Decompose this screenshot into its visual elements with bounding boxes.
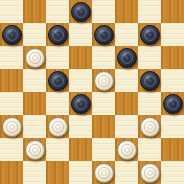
checkers-board bbox=[0, 0, 184, 184]
white-man-g1[interactable] bbox=[140, 163, 160, 183]
black-man-c5[interactable] bbox=[48, 71, 68, 91]
black-man-g7[interactable] bbox=[140, 25, 160, 45]
square-f6[interactable] bbox=[115, 46, 138, 69]
square-c1[interactable] bbox=[46, 161, 69, 184]
square-e8 bbox=[92, 0, 115, 23]
black-man-f6[interactable] bbox=[117, 48, 137, 68]
square-b1 bbox=[23, 161, 46, 184]
square-h4[interactable] bbox=[161, 92, 184, 115]
white-man-c3[interactable] bbox=[48, 117, 68, 137]
square-a5[interactable] bbox=[0, 69, 23, 92]
square-e4 bbox=[92, 92, 115, 115]
square-e6 bbox=[92, 46, 115, 69]
square-c8 bbox=[46, 0, 69, 23]
square-a6 bbox=[0, 46, 23, 69]
square-h7 bbox=[161, 23, 184, 46]
square-c6 bbox=[46, 46, 69, 69]
square-g7[interactable] bbox=[138, 23, 161, 46]
square-d2[interactable] bbox=[69, 138, 92, 161]
square-d7 bbox=[69, 23, 92, 46]
square-d4[interactable] bbox=[69, 92, 92, 115]
square-c4 bbox=[46, 92, 69, 115]
white-man-b6[interactable] bbox=[25, 48, 45, 68]
square-b6[interactable] bbox=[23, 46, 46, 69]
square-f5 bbox=[115, 69, 138, 92]
white-man-g3[interactable] bbox=[140, 117, 160, 137]
square-d8[interactable] bbox=[69, 0, 92, 23]
square-c7[interactable] bbox=[46, 23, 69, 46]
square-a8 bbox=[0, 0, 23, 23]
square-g4 bbox=[138, 92, 161, 115]
square-h5 bbox=[161, 69, 184, 92]
square-d1 bbox=[69, 161, 92, 184]
black-man-g5[interactable] bbox=[140, 71, 160, 91]
square-g5[interactable] bbox=[138, 69, 161, 92]
square-h6[interactable] bbox=[161, 46, 184, 69]
square-f3 bbox=[115, 115, 138, 138]
square-f8[interactable] bbox=[115, 0, 138, 23]
square-h2[interactable] bbox=[161, 138, 184, 161]
square-a1[interactable] bbox=[0, 161, 23, 184]
square-g6 bbox=[138, 46, 161, 69]
white-man-a3[interactable] bbox=[2, 117, 22, 137]
square-b3 bbox=[23, 115, 46, 138]
square-d5 bbox=[69, 69, 92, 92]
square-e3[interactable] bbox=[92, 115, 115, 138]
square-c3[interactable] bbox=[46, 115, 69, 138]
square-f7 bbox=[115, 23, 138, 46]
white-man-f2[interactable] bbox=[117, 140, 137, 160]
square-e5[interactable] bbox=[92, 69, 115, 92]
black-man-a7[interactable] bbox=[2, 25, 22, 45]
black-man-d8[interactable] bbox=[71, 2, 91, 22]
square-a7[interactable] bbox=[0, 23, 23, 46]
square-a4 bbox=[0, 92, 23, 115]
black-man-c7[interactable] bbox=[48, 25, 68, 45]
square-h3 bbox=[161, 115, 184, 138]
square-a3[interactable] bbox=[0, 115, 23, 138]
square-f2[interactable] bbox=[115, 138, 138, 161]
square-c5[interactable] bbox=[46, 69, 69, 92]
square-c2 bbox=[46, 138, 69, 161]
square-h1 bbox=[161, 161, 184, 184]
black-man-h4[interactable] bbox=[163, 94, 183, 114]
square-f4[interactable] bbox=[115, 92, 138, 115]
square-g8 bbox=[138, 0, 161, 23]
square-b5 bbox=[23, 69, 46, 92]
white-man-e5[interactable] bbox=[94, 71, 114, 91]
square-g3[interactable] bbox=[138, 115, 161, 138]
square-b4[interactable] bbox=[23, 92, 46, 115]
square-h8[interactable] bbox=[161, 0, 184, 23]
square-e7[interactable] bbox=[92, 23, 115, 46]
square-b2[interactable] bbox=[23, 138, 46, 161]
square-g1[interactable] bbox=[138, 161, 161, 184]
square-d6[interactable] bbox=[69, 46, 92, 69]
square-b8[interactable] bbox=[23, 0, 46, 23]
white-man-e1[interactable] bbox=[94, 163, 114, 183]
square-d3 bbox=[69, 115, 92, 138]
black-man-d4[interactable] bbox=[71, 94, 91, 114]
square-a2 bbox=[0, 138, 23, 161]
white-man-b2[interactable] bbox=[25, 140, 45, 160]
square-e1[interactable] bbox=[92, 161, 115, 184]
black-man-e7[interactable] bbox=[94, 25, 114, 45]
square-g2 bbox=[138, 138, 161, 161]
square-f1 bbox=[115, 161, 138, 184]
square-e2 bbox=[92, 138, 115, 161]
square-b7 bbox=[23, 23, 46, 46]
